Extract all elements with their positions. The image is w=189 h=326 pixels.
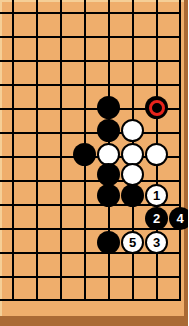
move-number-label: 1 [153,189,160,202]
grid-horizontal-line [0,84,181,86]
grid-vertical-line [36,0,38,301]
black-stone[interactable] [97,163,120,186]
black-stone[interactable] [97,96,120,119]
white-stone[interactable] [121,119,144,142]
grid-horizontal-line [0,36,181,38]
black-stone[interactable] [97,184,120,207]
white-stone-move-1[interactable]: 1 [145,184,168,207]
white-stone[interactable] [121,163,144,186]
grid-horizontal-line [0,180,181,182]
black-stone[interactable] [97,119,120,142]
grid-horizontal-line [0,299,181,301]
board-frame-bottom-shadow [0,316,188,326]
black-stone-move-2[interactable]: 2 [145,207,168,230]
grid-horizontal-line [0,12,181,14]
board-frame-top-highlight [0,0,188,2]
white-stone-move-3[interactable]: 3 [145,231,168,254]
grid-horizontal-line [0,60,181,62]
move-number-label: 3 [153,236,160,249]
grid-vertical-line [60,0,62,301]
grid-horizontal-line [0,132,181,134]
black-stone[interactable] [97,231,120,254]
move-number-label: 2 [153,212,160,225]
board-frame-right-shadow [184,0,188,326]
grid-vertical-line [12,0,14,301]
black-stone[interactable] [121,184,144,207]
white-stone-move-5[interactable]: 5 [121,231,144,254]
white-stone[interactable] [145,143,168,166]
grid-horizontal-line [0,276,181,278]
red-circle-marker [149,100,165,116]
go-board-diagram[interactable]: 12453 [0,0,188,326]
black-stone-marked[interactable] [145,96,168,119]
black-stone[interactable] [73,143,96,166]
grid-vertical-line [179,0,181,301]
move-number-label: 4 [176,212,183,225]
move-number-label: 5 [129,236,136,249]
black-stone-move-4[interactable]: 4 [169,207,189,230]
